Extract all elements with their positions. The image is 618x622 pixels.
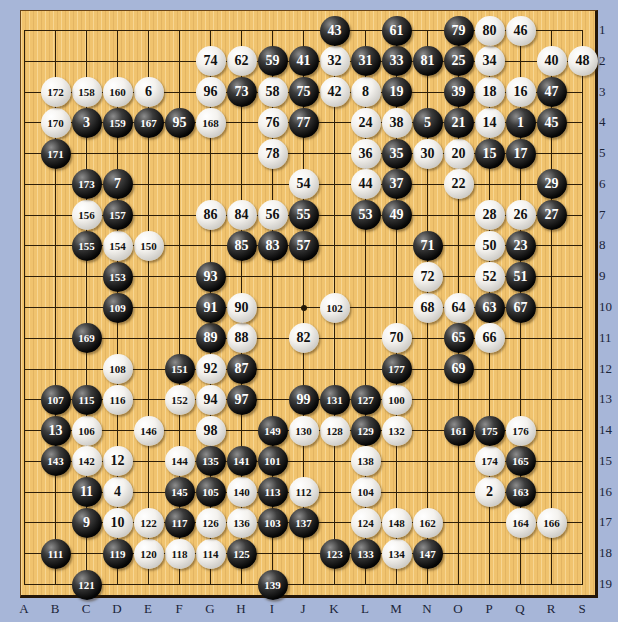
move-number: 99 [297, 392, 311, 408]
white-stone-16: 16 [506, 77, 536, 107]
black-stone-137: 137 [289, 508, 319, 538]
black-stone-1: 1 [506, 108, 536, 138]
black-stone-73: 73 [227, 77, 257, 107]
move-number: 121 [78, 579, 95, 591]
row-label-7: 7 [599, 207, 617, 223]
move-number: 23 [514, 238, 528, 254]
black-stone-49: 49 [382, 200, 412, 230]
move-number: 30 [421, 146, 435, 162]
move-number: 57 [297, 238, 311, 254]
black-stone-135: 135 [196, 446, 226, 476]
column-label-P: P [480, 601, 498, 617]
black-stone-175: 175 [475, 416, 505, 446]
hoshi-point [301, 305, 307, 311]
black-stone-103: 103 [258, 508, 288, 538]
black-stone-127: 127 [351, 385, 381, 415]
move-number: 22 [452, 176, 466, 192]
black-stone-9: 9 [72, 508, 102, 538]
white-stone-86: 86 [196, 200, 226, 230]
black-stone-161: 161 [444, 416, 474, 446]
move-number: 70 [390, 330, 404, 346]
move-number: 45 [545, 115, 559, 131]
black-stone-47: 47 [537, 77, 567, 107]
move-number: 143 [47, 455, 64, 467]
black-stone-165: 165 [506, 446, 536, 476]
black-stone-75: 75 [289, 77, 319, 107]
black-stone-169: 169 [72, 323, 102, 353]
white-stone-28: 28 [475, 200, 505, 230]
black-stone-107: 107 [41, 385, 71, 415]
move-number: 95 [173, 115, 187, 131]
black-stone-57: 57 [289, 231, 319, 261]
black-stone-35: 35 [382, 139, 412, 169]
move-number: 36 [359, 146, 373, 162]
move-number: 66 [483, 330, 497, 346]
move-number: 115 [79, 394, 95, 406]
black-stone-39: 39 [444, 77, 474, 107]
grid-line-horizontal [24, 584, 583, 585]
black-stone-13: 13 [41, 416, 71, 446]
move-number: 156 [78, 209, 95, 221]
white-stone-24: 24 [351, 108, 381, 138]
move-number: 117 [172, 517, 188, 529]
move-number: 4 [114, 484, 121, 500]
white-stone-56: 56 [258, 200, 288, 230]
move-number: 19 [390, 84, 404, 100]
move-number: 161 [450, 425, 467, 437]
move-number: 63 [483, 300, 497, 316]
move-number: 40 [545, 53, 559, 69]
move-number: 87 [235, 361, 249, 377]
white-stone-42: 42 [320, 77, 350, 107]
move-number: 126 [202, 517, 219, 529]
white-stone-22: 22 [444, 169, 474, 199]
white-stone-30: 30 [413, 139, 443, 169]
move-number: 84 [235, 207, 249, 223]
move-number: 162 [419, 517, 436, 529]
move-number: 62 [235, 53, 249, 69]
black-stone-67: 67 [506, 293, 536, 323]
column-label-E: E [139, 601, 157, 617]
move-number: 136 [233, 517, 250, 529]
black-stone-117: 117 [165, 508, 195, 538]
black-stone-71: 71 [413, 231, 443, 261]
move-number: 56 [266, 207, 280, 223]
move-number: 135 [202, 455, 219, 467]
move-number: 46 [514, 23, 528, 39]
move-number: 168 [202, 117, 219, 129]
white-stone-140: 140 [227, 477, 257, 507]
move-number: 113 [265, 486, 281, 498]
white-stone-138: 138 [351, 446, 381, 476]
black-stone-105: 105 [196, 477, 226, 507]
move-number: 129 [357, 425, 374, 437]
move-number: 33 [390, 53, 404, 69]
move-number: 68 [421, 300, 435, 316]
black-stone-79: 79 [444, 16, 474, 46]
white-stone-112: 112 [289, 477, 319, 507]
white-stone-18: 18 [475, 77, 505, 107]
move-number: 170 [47, 117, 64, 129]
move-number: 72 [421, 269, 435, 285]
white-stone-88: 88 [227, 323, 257, 353]
black-stone-23: 23 [506, 231, 536, 261]
row-label-18: 18 [599, 545, 617, 561]
move-number: 77 [297, 115, 311, 131]
move-number: 59 [266, 53, 280, 69]
white-stone-66: 66 [475, 323, 505, 353]
move-number: 102 [326, 302, 343, 314]
move-number: 5 [424, 115, 431, 131]
move-number: 16 [514, 84, 528, 100]
black-stone-111: 111 [41, 539, 71, 569]
white-stone-20: 20 [444, 139, 474, 169]
black-stone-15: 15 [475, 139, 505, 169]
black-stone-157: 157 [103, 200, 133, 230]
move-number: 151 [171, 363, 188, 375]
move-number: 116 [110, 394, 126, 406]
move-number: 53 [359, 207, 373, 223]
white-stone-108: 108 [103, 354, 133, 384]
column-label-G: G [201, 601, 219, 617]
move-number: 75 [297, 84, 311, 100]
move-number: 35 [390, 146, 404, 162]
move-number: 140 [233, 486, 250, 498]
white-stone-32: 32 [320, 46, 350, 76]
move-number: 142 [78, 455, 95, 467]
row-label-16: 16 [599, 484, 617, 500]
move-number: 69 [452, 361, 466, 377]
black-stone-25: 25 [444, 46, 474, 76]
move-number: 150 [140, 240, 157, 252]
move-number: 137 [295, 517, 312, 529]
black-stone-155: 155 [72, 231, 102, 261]
white-stone-158: 158 [72, 77, 102, 107]
white-stone-44: 44 [351, 169, 381, 199]
move-number: 50 [483, 238, 497, 254]
move-number: 39 [452, 84, 466, 100]
row-label-6: 6 [599, 176, 617, 192]
move-number: 88 [235, 330, 249, 346]
column-label-K: K [325, 601, 343, 617]
move-number: 24 [359, 115, 373, 131]
move-number: 14 [483, 115, 497, 131]
black-stone-97: 97 [227, 385, 257, 415]
black-stone-83: 83 [258, 231, 288, 261]
white-stone-166: 166 [537, 508, 567, 538]
move-number: 104 [357, 486, 374, 498]
move-number: 1 [517, 115, 524, 131]
white-stone-80: 80 [475, 16, 505, 46]
row-label-10: 10 [599, 299, 617, 315]
move-number: 155 [78, 240, 95, 252]
white-stone-84: 84 [227, 200, 257, 230]
move-number: 96 [204, 84, 218, 100]
white-stone-114: 114 [196, 539, 226, 569]
white-stone-106: 106 [72, 416, 102, 446]
black-stone-143: 143 [41, 446, 71, 476]
black-stone-139: 139 [258, 570, 288, 600]
move-number: 169 [78, 332, 95, 344]
move-number: 139 [264, 579, 281, 591]
move-number: 101 [264, 455, 281, 467]
move-number: 108 [109, 363, 126, 375]
move-number: 145 [171, 486, 188, 498]
move-number: 131 [326, 394, 343, 406]
move-number: 147 [419, 548, 436, 560]
move-number: 43 [328, 23, 342, 39]
move-number: 65 [452, 330, 466, 346]
black-stone-11: 11 [72, 477, 102, 507]
white-stone-78: 78 [258, 139, 288, 169]
black-stone-45: 45 [537, 108, 567, 138]
move-number: 153 [109, 271, 126, 283]
move-number: 98 [204, 423, 218, 439]
white-stone-156: 156 [72, 200, 102, 230]
move-number: 163 [512, 486, 529, 498]
white-stone-168: 168 [196, 108, 226, 138]
move-number: 81 [421, 53, 435, 69]
move-number: 172 [47, 86, 64, 98]
move-number: 64 [452, 300, 466, 316]
white-stone-94: 94 [196, 385, 226, 415]
white-stone-164: 164 [506, 508, 536, 538]
row-label-2: 2 [599, 53, 617, 69]
move-number: 141 [233, 455, 250, 467]
move-number: 106 [78, 425, 95, 437]
black-stone-119: 119 [103, 539, 133, 569]
move-number: 149 [264, 425, 281, 437]
move-number: 164 [512, 517, 529, 529]
black-stone-145: 145 [165, 477, 195, 507]
black-stone-109: 109 [103, 293, 133, 323]
move-number: 2 [486, 484, 493, 500]
move-number: 21 [452, 115, 466, 131]
white-stone-142: 142 [72, 446, 102, 476]
move-number: 94 [204, 392, 218, 408]
move-number: 20 [452, 146, 466, 162]
move-number: 165 [512, 455, 529, 467]
move-number: 79 [452, 23, 466, 39]
white-stone-160: 160 [103, 77, 133, 107]
white-stone-150: 150 [134, 231, 164, 261]
white-stone-120: 120 [134, 539, 164, 569]
row-label-17: 17 [599, 514, 617, 530]
white-stone-134: 134 [382, 539, 412, 569]
move-number: 18 [483, 84, 497, 100]
black-stone-121: 121 [72, 570, 102, 600]
white-stone-38: 38 [382, 108, 412, 138]
move-number: 80 [483, 23, 497, 39]
row-label-4: 4 [599, 114, 617, 130]
white-stone-146: 146 [134, 416, 164, 446]
move-number: 130 [295, 425, 312, 437]
white-stone-34: 34 [475, 46, 505, 76]
move-number: 74 [204, 53, 218, 69]
move-number: 107 [47, 394, 64, 406]
black-stone-77: 77 [289, 108, 319, 138]
move-number: 125 [233, 548, 250, 560]
row-label-1: 1 [599, 22, 617, 38]
white-stone-96: 96 [196, 77, 226, 107]
black-stone-151: 151 [165, 354, 195, 384]
move-number: 158 [78, 86, 95, 98]
black-stone-17: 17 [506, 139, 536, 169]
move-number: 119 [110, 548, 126, 560]
black-stone-171: 171 [41, 139, 71, 169]
move-number: 109 [109, 302, 126, 314]
column-label-R: R [542, 601, 560, 617]
row-label-13: 13 [599, 391, 617, 407]
white-stone-126: 126 [196, 508, 226, 538]
move-number: 51 [514, 269, 528, 285]
move-number: 31 [359, 53, 373, 69]
move-number: 144 [171, 455, 188, 467]
black-stone-41: 41 [289, 46, 319, 76]
white-stone-72: 72 [413, 262, 443, 292]
row-label-8: 8 [599, 237, 617, 253]
black-stone-19: 19 [382, 77, 412, 107]
column-label-F: F [170, 601, 188, 617]
white-stone-172: 172 [41, 77, 71, 107]
black-stone-133: 133 [351, 539, 381, 569]
white-stone-50: 50 [475, 231, 505, 261]
black-stone-29: 29 [537, 169, 567, 199]
white-stone-70: 70 [382, 323, 412, 353]
black-stone-177: 177 [382, 354, 412, 384]
black-stone-153: 153 [103, 262, 133, 292]
black-stone-27: 27 [537, 200, 567, 230]
row-label-15: 15 [599, 453, 617, 469]
white-stone-122: 122 [134, 508, 164, 538]
move-number: 133 [357, 548, 374, 560]
move-number: 159 [109, 117, 126, 129]
move-number: 44 [359, 176, 373, 192]
white-stone-62: 62 [227, 46, 257, 76]
white-stone-104: 104 [351, 477, 381, 507]
row-label-19: 19 [599, 576, 617, 592]
grid-line-vertical [582, 30, 583, 584]
move-number: 111 [48, 548, 63, 560]
black-stone-5: 5 [413, 108, 443, 138]
black-stone-101: 101 [258, 446, 288, 476]
column-label-B: B [46, 601, 64, 617]
white-stone-148: 148 [382, 508, 412, 538]
white-stone-2: 2 [475, 477, 505, 507]
black-stone-33: 33 [382, 46, 412, 76]
move-number: 171 [47, 148, 64, 160]
black-stone-99: 99 [289, 385, 319, 415]
white-stone-170: 170 [41, 108, 71, 138]
move-number: 8 [362, 84, 369, 100]
move-number: 89 [204, 330, 218, 346]
move-number: 122 [140, 517, 157, 529]
move-number: 97 [235, 392, 249, 408]
move-number: 132 [388, 425, 405, 437]
black-stone-147: 147 [413, 539, 443, 569]
black-stone-43: 43 [320, 16, 350, 46]
move-number: 15 [483, 146, 497, 162]
move-number: 6 [145, 84, 152, 100]
move-number: 76 [266, 115, 280, 131]
white-stone-136: 136 [227, 508, 257, 538]
move-number: 34 [483, 53, 497, 69]
row-label-12: 12 [599, 361, 617, 377]
move-number: 127 [357, 394, 374, 406]
move-number: 28 [483, 207, 497, 223]
move-number: 167 [140, 117, 157, 129]
move-number: 120 [140, 548, 157, 560]
black-stone-61: 61 [382, 16, 412, 46]
move-number: 71 [421, 238, 435, 254]
black-stone-173: 173 [72, 169, 102, 199]
move-number: 174 [481, 455, 498, 467]
white-stone-48: 48 [568, 46, 598, 76]
row-label-3: 3 [599, 84, 617, 100]
column-label-I: I [263, 601, 281, 617]
move-number: 85 [235, 238, 249, 254]
move-number: 166 [543, 517, 560, 529]
white-stone-76: 76 [258, 108, 288, 138]
black-stone-163: 163 [506, 477, 536, 507]
white-stone-130: 130 [289, 416, 319, 446]
go-diagram: 1234567891011121314151617181920212223242… [0, 0, 618, 622]
column-label-J: J [294, 601, 312, 617]
white-stone-90: 90 [227, 293, 257, 323]
move-number: 61 [390, 23, 404, 39]
white-stone-26: 26 [506, 200, 536, 230]
white-stone-36: 36 [351, 139, 381, 169]
move-number: 10 [111, 515, 125, 531]
white-stone-40: 40 [537, 46, 567, 76]
white-stone-118: 118 [165, 539, 195, 569]
move-number: 17 [514, 146, 528, 162]
black-stone-3: 3 [72, 108, 102, 138]
move-number: 91 [204, 300, 218, 316]
white-stone-92: 92 [196, 354, 226, 384]
move-number: 82 [297, 330, 311, 346]
white-stone-4: 4 [103, 477, 133, 507]
move-number: 52 [483, 269, 497, 285]
row-label-14: 14 [599, 422, 617, 438]
move-number: 103 [264, 517, 281, 529]
move-number: 54 [297, 176, 311, 192]
black-stone-37: 37 [382, 169, 412, 199]
move-number: 38 [390, 115, 404, 131]
column-label-C: C [77, 601, 95, 617]
black-stone-123: 123 [320, 539, 350, 569]
black-stone-63: 63 [475, 293, 505, 323]
white-stone-144: 144 [165, 446, 195, 476]
row-label-9: 9 [599, 268, 617, 284]
black-stone-167: 167 [134, 108, 164, 138]
move-number: 29 [545, 176, 559, 192]
black-stone-141: 141 [227, 446, 257, 476]
white-stone-100: 100 [382, 385, 412, 415]
column-label-H: H [232, 601, 250, 617]
black-stone-91: 91 [196, 293, 226, 323]
move-number: 114 [203, 548, 219, 560]
row-label-5: 5 [599, 145, 617, 161]
move-number: 157 [109, 209, 126, 221]
white-stone-82: 82 [289, 323, 319, 353]
move-number: 173 [78, 178, 95, 190]
white-stone-8: 8 [351, 77, 381, 107]
move-number: 176 [512, 425, 529, 437]
black-stone-7: 7 [103, 169, 133, 199]
column-label-D: D [108, 601, 126, 617]
move-number: 175 [481, 425, 498, 437]
